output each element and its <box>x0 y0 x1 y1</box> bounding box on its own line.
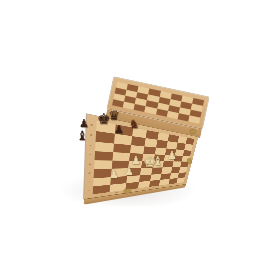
case-clasp-icon <box>111 112 117 117</box>
board-square <box>188 116 200 124</box>
dowel-dot-icon <box>142 188 144 189</box>
dowel-dot-icon <box>89 144 92 146</box>
dowel-dot-icon <box>153 187 155 188</box>
dowel-dot-icon <box>88 181 91 182</box>
board-square <box>128 153 143 161</box>
dowel-dot-icon <box>90 124 93 126</box>
board-square <box>93 185 111 195</box>
dowel-dot-icon <box>179 183 180 184</box>
dowel-dot-icon <box>87 189 90 190</box>
dowel-dot-icon <box>89 164 92 165</box>
dowel-dot-icon <box>88 172 91 173</box>
dowel-dot-icon <box>90 134 93 136</box>
dowel-dot-icon <box>115 192 117 193</box>
dowel-dot-icon <box>171 184 172 185</box>
board-square <box>138 181 150 189</box>
case-hinge-icon <box>190 129 196 134</box>
board-square <box>113 152 130 161</box>
product-photo: ♟♝♚♛♟♞♟♟♟♚♝♟ <box>0 0 280 280</box>
board-square <box>95 151 114 161</box>
dowel-dot-icon <box>99 194 102 195</box>
dowel-dot-icon <box>162 186 163 187</box>
board-square <box>176 177 185 183</box>
dowel-dot-icon <box>89 154 92 155</box>
